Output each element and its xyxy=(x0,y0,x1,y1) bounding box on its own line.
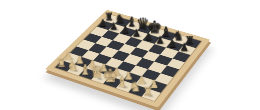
piece-contact-shadow xyxy=(106,80,117,86)
piece-contact-shadow xyxy=(132,88,144,94)
piece-contact-shadow xyxy=(181,48,192,54)
product-photo: ♜♞♝♛♚♝♞♜♟♟♟♟♟♟♟♟♟♟♟♟♟♟♟♟♜♞♝♛♚♝♞♜ xyxy=(0,0,260,110)
piece-contact-shadow xyxy=(187,41,197,46)
piece-contact-shadow xyxy=(140,27,150,32)
piece-contact-shadow xyxy=(119,84,130,90)
chess-board: ♜♞♝♛♚♝♞♜♟♟♟♟♟♟♟♟♟♟♟♟♟♟♟♟♜♞♝♛♚♝♞♜ xyxy=(45,10,210,108)
piece-contact-shadow xyxy=(82,72,93,78)
piece-contact-shadow xyxy=(126,76,137,82)
piece-contact-shadow xyxy=(94,76,105,82)
piece-contact-shadow xyxy=(163,34,173,39)
piece-contact-shadow xyxy=(145,37,155,42)
square-h8: ♜ xyxy=(184,38,201,48)
piece-contact-shadow xyxy=(145,92,157,99)
board-grid: ♜♞♝♛♚♝♞♜♟♟♟♟♟♟♟♟♟♟♟♟♟♟♟♟♜♞♝♛♚♝♞♜ xyxy=(55,14,201,100)
